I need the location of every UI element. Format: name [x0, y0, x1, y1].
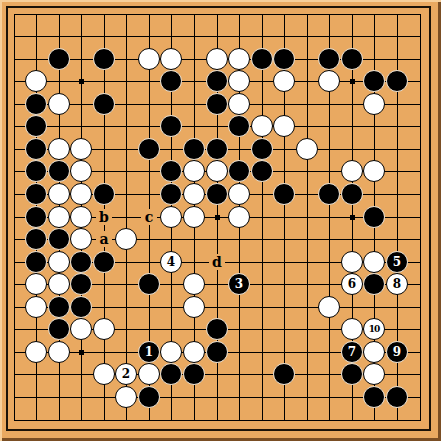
white-stone	[206, 48, 228, 70]
black-stone	[25, 228, 47, 250]
black-stone	[273, 48, 295, 70]
black-stone	[318, 48, 340, 70]
move-number: 1	[145, 346, 153, 358]
white-stone	[138, 48, 160, 70]
black-stone	[160, 70, 182, 92]
black-stone	[25, 93, 47, 115]
star-point	[79, 79, 84, 84]
white-stone	[341, 318, 363, 340]
grid-line-vertical	[420, 14, 421, 421]
black-stone	[206, 70, 228, 92]
black-stone	[93, 48, 115, 70]
white-stone	[341, 251, 363, 273]
star-point	[350, 79, 355, 84]
black-stone	[138, 386, 160, 408]
black-stone	[386, 386, 408, 408]
black-stone	[160, 363, 182, 385]
black-stone	[138, 273, 160, 295]
black-stone	[138, 138, 160, 160]
white-stone	[363, 363, 385, 385]
move-number: 10	[369, 325, 380, 334]
white-stone	[48, 93, 70, 115]
white-stone	[228, 183, 250, 205]
black-stone	[70, 251, 92, 273]
move-number: 2	[122, 368, 130, 380]
white-stone	[70, 228, 92, 250]
white-stone	[183, 183, 205, 205]
black-stone	[25, 138, 47, 160]
move-number: 6	[348, 278, 356, 290]
white-stone	[160, 48, 182, 70]
white-stone-4: 4	[160, 251, 182, 273]
white-stone-2: 2	[115, 363, 137, 385]
black-stone	[318, 183, 340, 205]
white-stone	[93, 318, 115, 340]
white-stone	[183, 160, 205, 182]
black-stone-9: 9	[386, 341, 408, 363]
black-stone	[363, 70, 385, 92]
white-stone	[115, 386, 137, 408]
black-stone	[228, 115, 250, 137]
black-stone	[341, 183, 363, 205]
black-stone	[386, 70, 408, 92]
white-stone	[160, 341, 182, 363]
black-stone	[25, 115, 47, 137]
black-stone	[251, 138, 273, 160]
white-stone	[48, 273, 70, 295]
point-label-c: c	[141, 209, 157, 225]
white-stone	[363, 251, 385, 273]
black-stone	[228, 160, 250, 182]
white-stone	[251, 115, 273, 137]
white-stone	[25, 296, 47, 318]
black-stone	[206, 138, 228, 160]
black-stone	[93, 183, 115, 205]
black-stone	[341, 48, 363, 70]
white-stone	[183, 341, 205, 363]
black-stone	[363, 386, 385, 408]
grid-line-horizontal	[14, 397, 421, 398]
black-stone	[93, 251, 115, 273]
move-number: 7	[348, 346, 356, 358]
white-stone	[228, 206, 250, 228]
point-label-a: a	[96, 231, 112, 247]
white-stone	[318, 70, 340, 92]
grid-line-horizontal	[14, 420, 421, 421]
black-stone	[206, 183, 228, 205]
black-stone	[183, 138, 205, 160]
white-stone	[363, 341, 385, 363]
black-stone-3: 3	[228, 273, 250, 295]
go-diagram: 45368101792 abcd	[0, 0, 441, 441]
move-number: 3	[235, 278, 243, 290]
black-stone	[93, 93, 115, 115]
black-stone	[48, 296, 70, 318]
white-stone-6: 6	[341, 273, 363, 295]
white-stone	[48, 341, 70, 363]
white-stone	[183, 273, 205, 295]
black-stone	[251, 48, 273, 70]
black-stone	[363, 206, 385, 228]
white-stone	[138, 363, 160, 385]
white-stone	[296, 138, 318, 160]
white-stone	[183, 206, 205, 228]
white-stone	[273, 70, 295, 92]
black-stone-1: 1	[138, 341, 160, 363]
black-stone	[25, 183, 47, 205]
white-stone	[273, 115, 295, 137]
white-stone	[228, 48, 250, 70]
white-stone	[25, 341, 47, 363]
white-stone-10: 10	[363, 318, 385, 340]
white-stone	[48, 138, 70, 160]
white-stone	[183, 296, 205, 318]
black-stone	[251, 160, 273, 182]
white-stone	[115, 228, 137, 250]
white-stone	[363, 93, 385, 115]
black-stone	[160, 115, 182, 137]
black-stone	[160, 160, 182, 182]
black-stone	[70, 296, 92, 318]
black-stone	[160, 183, 182, 205]
move-number: 9	[393, 346, 401, 358]
star-point	[215, 215, 220, 220]
black-stone-5: 5	[386, 251, 408, 273]
white-stone	[70, 160, 92, 182]
grid-line-vertical	[307, 14, 308, 421]
white-stone	[206, 160, 228, 182]
go-board: 45368101792 abcd	[0, 0, 441, 441]
white-stone	[70, 138, 92, 160]
white-stone	[48, 251, 70, 273]
black-stone	[70, 273, 92, 295]
white-stone	[70, 206, 92, 228]
white-stone	[93, 363, 115, 385]
black-stone	[363, 273, 385, 295]
white-stone	[70, 183, 92, 205]
black-stone	[341, 363, 363, 385]
white-stone	[318, 296, 340, 318]
white-stone	[25, 70, 47, 92]
black-stone	[273, 363, 295, 385]
black-stone	[206, 318, 228, 340]
black-stone	[25, 160, 47, 182]
black-stone	[25, 251, 47, 273]
move-number: 4	[167, 256, 175, 268]
black-stone	[183, 363, 205, 385]
black-stone	[48, 160, 70, 182]
white-stone-8: 8	[386, 273, 408, 295]
move-number: 5	[393, 256, 401, 268]
black-stone	[206, 93, 228, 115]
black-stone	[273, 183, 295, 205]
black-stone	[48, 48, 70, 70]
black-stone	[25, 206, 47, 228]
white-stone	[228, 70, 250, 92]
point-label-b: b	[96, 209, 112, 225]
point-label-d: d	[209, 254, 225, 270]
star-point	[79, 350, 84, 355]
grid-line-vertical	[262, 14, 263, 421]
white-stone	[48, 183, 70, 205]
black-stone	[48, 228, 70, 250]
white-stone	[228, 93, 250, 115]
black-stone	[206, 341, 228, 363]
white-stone	[70, 318, 92, 340]
white-stone	[48, 206, 70, 228]
white-stone	[25, 273, 47, 295]
move-number: 8	[393, 278, 401, 290]
star-point	[350, 215, 355, 220]
white-stone	[341, 160, 363, 182]
black-stone-7: 7	[341, 341, 363, 363]
white-stone	[363, 160, 385, 182]
white-stone	[160, 206, 182, 228]
black-stone	[48, 318, 70, 340]
